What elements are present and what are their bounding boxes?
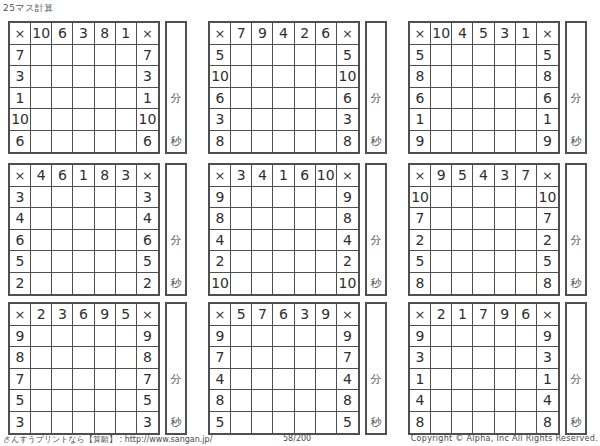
row-number-repeat: 3: [137, 412, 158, 434]
answer-cell[interactable]: [116, 273, 137, 295]
answer-cell[interactable]: [95, 88, 116, 110]
answer-cell[interactable]: [52, 412, 73, 434]
answer-cell[interactable]: [473, 347, 494, 369]
answer-cell[interactable]: [473, 66, 494, 88]
answer-cell[interactable]: [473, 131, 494, 153]
answer-cell[interactable]: [31, 45, 52, 67]
answer-cell[interactable]: [95, 390, 116, 412]
answer-cell[interactable]: [431, 369, 452, 391]
answer-cell[interactable]: [473, 187, 494, 209]
row-number-repeat: 2: [337, 251, 358, 273]
answer-cell[interactable]: [73, 230, 94, 252]
answer-cell[interactable]: [273, 187, 294, 209]
answer-cell[interactable]: [31, 131, 52, 153]
answer-cell[interactable]: [95, 347, 116, 369]
answer-cell[interactable]: [52, 187, 73, 209]
answer-cell[interactable]: [31, 88, 52, 110]
minutes-label: 分: [567, 374, 585, 385]
answer-cell[interactable]: [273, 390, 294, 412]
answer-cell[interactable]: [273, 208, 294, 230]
header-number: 2: [431, 304, 452, 326]
answer-cell[interactable]: [52, 45, 73, 67]
minutes-label: 分: [167, 374, 185, 385]
row-number: 6: [10, 131, 31, 153]
answer-cell[interactable]: [95, 412, 116, 434]
answer-cell[interactable]: [495, 251, 516, 273]
answer-cell[interactable]: [495, 109, 516, 131]
answer-cell[interactable]: [316, 273, 337, 295]
answer-cell[interactable]: [116, 369, 137, 391]
answer-cell[interactable]: [295, 66, 316, 88]
answer-cell[interactable]: [231, 66, 252, 88]
answer-cell[interactable]: [31, 109, 52, 131]
answer-cell[interactable]: [516, 251, 537, 273]
answer-cell[interactable]: [316, 187, 337, 209]
seconds-label: 秒: [567, 278, 585, 289]
answer-cell[interactable]: [495, 412, 516, 434]
answer-cell[interactable]: [252, 347, 273, 369]
answer-cell[interactable]: [473, 369, 494, 391]
answer-cell[interactable]: [252, 45, 273, 67]
answer-cell[interactable]: [452, 88, 473, 110]
answer-cell[interactable]: [52, 131, 73, 153]
answer-cell[interactable]: [273, 66, 294, 88]
answer-cell[interactable]: [273, 251, 294, 273]
answer-cell[interactable]: [452, 131, 473, 153]
answer-cell[interactable]: [95, 131, 116, 153]
answer-cell[interactable]: [452, 251, 473, 273]
row-number: 4: [210, 369, 231, 391]
answer-cell[interactable]: [473, 326, 494, 348]
header-number: 7: [473, 304, 494, 326]
answer-cell[interactable]: [516, 326, 537, 348]
answer-cell[interactable]: [273, 230, 294, 252]
answer-cell[interactable]: [73, 273, 94, 295]
header-number: 7: [252, 304, 273, 326]
multiply-operator-icon: ×: [410, 23, 431, 45]
row-number-repeat: 10: [537, 187, 558, 209]
answer-cell[interactable]: [431, 326, 452, 348]
answer-cell[interactable]: [231, 45, 252, 67]
answer-cell[interactable]: [52, 347, 73, 369]
answer-cell[interactable]: [95, 251, 116, 273]
row-number-repeat: 8: [137, 347, 158, 369]
answer-cell[interactable]: [516, 109, 537, 131]
answer-cell[interactable]: [95, 369, 116, 391]
answer-cell[interactable]: [73, 390, 94, 412]
row-number: 4: [10, 208, 31, 230]
header-number: 2: [31, 304, 52, 326]
answer-cell[interactable]: [295, 251, 316, 273]
answer-cell[interactable]: [316, 390, 337, 412]
answer-cell[interactable]: [316, 230, 337, 252]
row-number-repeat: 9: [137, 326, 158, 348]
answer-cell[interactable]: [295, 347, 316, 369]
answer-cell[interactable]: [231, 251, 252, 273]
answer-cell[interactable]: [31, 66, 52, 88]
row-number: 7: [10, 369, 31, 391]
row-number: 9: [210, 326, 231, 348]
multiplication-grid-7: ×23695×9988775533: [8, 302, 160, 435]
answer-cell[interactable]: [516, 273, 537, 295]
answer-cell[interactable]: [452, 347, 473, 369]
answer-cell[interactable]: [495, 131, 516, 153]
answer-cell[interactable]: [316, 88, 337, 110]
row-number-repeat: 10: [337, 66, 358, 88]
answer-cell[interactable]: [316, 326, 337, 348]
answer-cell[interactable]: [431, 273, 452, 295]
answer-cell[interactable]: [31, 230, 52, 252]
answer-cell[interactable]: [116, 88, 137, 110]
answer-cell[interactable]: [452, 326, 473, 348]
answer-cell[interactable]: [231, 273, 252, 295]
answer-cell[interactable]: [452, 109, 473, 131]
answer-cell[interactable]: [431, 390, 452, 412]
answer-cell[interactable]: [473, 412, 494, 434]
answer-cell[interactable]: [516, 230, 537, 252]
answer-cell[interactable]: [516, 66, 537, 88]
minutes-label: 分: [567, 235, 585, 246]
answer-cell[interactable]: [73, 88, 94, 110]
row-number: 5: [10, 251, 31, 273]
answer-cell[interactable]: [95, 208, 116, 230]
answer-cell[interactable]: [295, 230, 316, 252]
answer-cell[interactable]: [495, 347, 516, 369]
answer-cell[interactable]: [73, 347, 94, 369]
answer-cell[interactable]: [473, 88, 494, 110]
minutes-label: 分: [367, 235, 385, 246]
answer-cell[interactable]: [295, 412, 316, 434]
row-number: 5: [210, 45, 231, 67]
timer-box: 分秒: [365, 163, 387, 296]
answer-cell[interactable]: [452, 66, 473, 88]
answer-cell[interactable]: [252, 326, 273, 348]
answer-cell[interactable]: [452, 230, 473, 252]
answer-cell[interactable]: [95, 273, 116, 295]
calc-block-7: ×23695×9988775533分秒: [8, 302, 200, 435]
multiply-operator-icon: ×: [337, 304, 358, 326]
answer-cell[interactable]: [231, 369, 252, 391]
answer-cell[interactable]: [316, 131, 337, 153]
answer-cell[interactable]: [52, 326, 73, 348]
answer-cell[interactable]: [516, 412, 537, 434]
answer-cell[interactable]: [31, 390, 52, 412]
answer-cell[interactable]: [316, 412, 337, 434]
answer-cell[interactable]: [31, 412, 52, 434]
answer-cell[interactable]: [495, 326, 516, 348]
answer-cell[interactable]: [73, 251, 94, 273]
answer-cell[interactable]: [252, 208, 273, 230]
answer-cell[interactable]: [31, 326, 52, 348]
answer-cell[interactable]: [52, 208, 73, 230]
answer-cell[interactable]: [73, 131, 94, 153]
answer-cell[interactable]: [495, 390, 516, 412]
multiply-operator-icon: ×: [337, 23, 358, 45]
answer-cell[interactable]: [316, 347, 337, 369]
multiplication-grid-3: ×104531×5588661199: [408, 21, 560, 154]
answer-cell[interactable]: [431, 45, 452, 67]
header-number: 1: [516, 23, 537, 45]
answer-cell[interactable]: [452, 273, 473, 295]
header-number: 3: [295, 304, 316, 326]
answer-cell[interactable]: [295, 208, 316, 230]
answer-cell[interactable]: [73, 45, 94, 67]
multiplication-grid-5: ×341610×998844221010: [208, 163, 360, 296]
answer-cell[interactable]: [316, 251, 337, 273]
answer-cell[interactable]: [95, 230, 116, 252]
answer-cell[interactable]: [52, 251, 73, 273]
answer-cell[interactable]: [431, 347, 452, 369]
answer-cell[interactable]: [516, 88, 537, 110]
answer-cell[interactable]: [231, 412, 252, 434]
answer-cell[interactable]: [316, 369, 337, 391]
answer-cell[interactable]: [495, 208, 516, 230]
answer-cell[interactable]: [273, 45, 294, 67]
seconds-label: 秒: [367, 136, 385, 147]
answer-cell[interactable]: [95, 187, 116, 209]
answer-cell[interactable]: [31, 273, 52, 295]
row-number-repeat: 9: [337, 187, 358, 209]
answer-cell[interactable]: [231, 131, 252, 153]
answer-cell[interactable]: [473, 109, 494, 131]
answer-cell[interactable]: [295, 109, 316, 131]
answer-cell[interactable]: [252, 390, 273, 412]
answer-cell[interactable]: [116, 347, 137, 369]
answer-cell[interactable]: [31, 208, 52, 230]
answer-cell[interactable]: [52, 273, 73, 295]
answer-cell[interactable]: [431, 412, 452, 434]
answer-cell[interactable]: [516, 131, 537, 153]
answer-cell[interactable]: [31, 347, 52, 369]
row-number-repeat: 5: [537, 251, 558, 273]
answer-cell[interactable]: [252, 66, 273, 88]
answer-cell[interactable]: [495, 369, 516, 391]
answer-cell[interactable]: [73, 369, 94, 391]
answer-cell[interactable]: [516, 45, 537, 67]
answer-cell[interactable]: [452, 369, 473, 391]
answer-cell[interactable]: [273, 109, 294, 131]
answer-cell[interactable]: [273, 347, 294, 369]
answer-cell[interactable]: [95, 326, 116, 348]
answer-cell[interactable]: [231, 109, 252, 131]
answer-cell[interactable]: [252, 109, 273, 131]
answer-cell[interactable]: [452, 390, 473, 412]
answer-cell[interactable]: [473, 273, 494, 295]
answer-cell[interactable]: [73, 187, 94, 209]
footer-copyright: Copyright © Alpha, Inc All Rights Reserv…: [411, 434, 598, 443]
row-number: 9: [210, 187, 231, 209]
answer-cell[interactable]: [316, 208, 337, 230]
answer-cell[interactable]: [95, 45, 116, 67]
answer-cell[interactable]: [516, 208, 537, 230]
answer-cell[interactable]: [495, 273, 516, 295]
answer-cell[interactable]: [273, 88, 294, 110]
answer-cell[interactable]: [452, 208, 473, 230]
answer-cell[interactable]: [316, 109, 337, 131]
answer-cell[interactable]: [473, 230, 494, 252]
answer-cell[interactable]: [252, 273, 273, 295]
answer-cell[interactable]: [495, 187, 516, 209]
answer-cell[interactable]: [273, 326, 294, 348]
header-number: 3: [495, 165, 516, 187]
answer-cell[interactable]: [431, 131, 452, 153]
row-number-repeat: 3: [137, 187, 158, 209]
row-number-repeat: 7: [337, 347, 358, 369]
answer-cell[interactable]: [495, 230, 516, 252]
answer-cell[interactable]: [52, 390, 73, 412]
footer-page-number: 58/200: [283, 434, 311, 443]
answer-cell[interactable]: [431, 187, 452, 209]
answer-cell[interactable]: [516, 187, 537, 209]
header-number: 3: [495, 23, 516, 45]
timer-box: 分秒: [565, 21, 587, 154]
minutes-label: 分: [367, 93, 385, 104]
answer-cell[interactable]: [473, 390, 494, 412]
multiplication-grid-9: ×21796×9933114488: [408, 302, 560, 435]
answer-cell[interactable]: [516, 390, 537, 412]
row-number-repeat: 8: [337, 390, 358, 412]
answer-cell[interactable]: [73, 208, 94, 230]
header-number: 3: [73, 23, 94, 45]
answer-cell[interactable]: [52, 66, 73, 88]
answer-cell[interactable]: [116, 326, 137, 348]
multiplication-grid-4: ×46183×3344665522: [8, 163, 160, 296]
answer-cell[interactable]: [73, 412, 94, 434]
answer-cell[interactable]: [473, 45, 494, 67]
answer-cell[interactable]: [295, 273, 316, 295]
answer-cell[interactable]: [231, 88, 252, 110]
answer-cell[interactable]: [252, 131, 273, 153]
answer-cell[interactable]: [295, 390, 316, 412]
header-number: 6: [52, 23, 73, 45]
answer-cell[interactable]: [231, 326, 252, 348]
answer-cell[interactable]: [516, 347, 537, 369]
answer-cell[interactable]: [116, 66, 137, 88]
answer-cell[interactable]: [273, 369, 294, 391]
multiply-operator-icon: ×: [537, 23, 558, 45]
answer-cell[interactable]: [495, 66, 516, 88]
answer-cell[interactable]: [431, 88, 452, 110]
page-title: 25マス計算: [3, 2, 54, 15]
answer-cell[interactable]: [516, 369, 537, 391]
answer-cell[interactable]: [116, 208, 137, 230]
answer-cell[interactable]: [316, 66, 337, 88]
calc-block-6: ×95437×101077225588分秒: [408, 163, 600, 296]
answer-cell[interactable]: [231, 390, 252, 412]
answer-cell[interactable]: [273, 273, 294, 295]
answer-cell[interactable]: [295, 45, 316, 67]
answer-cell[interactable]: [116, 131, 137, 153]
header-number: 1: [73, 165, 94, 187]
seconds-label: 秒: [567, 417, 585, 428]
timer-box: 分秒: [165, 302, 187, 435]
answer-cell[interactable]: [31, 251, 52, 273]
answer-cell[interactable]: [231, 230, 252, 252]
seconds-label: 秒: [367, 417, 385, 428]
answer-cell[interactable]: [116, 45, 137, 67]
timer-box: 分秒: [365, 302, 387, 435]
answer-cell[interactable]: [295, 187, 316, 209]
row-number: 8: [210, 208, 231, 230]
answer-cell[interactable]: [452, 187, 473, 209]
answer-cell[interactable]: [116, 230, 137, 252]
answer-cell[interactable]: [73, 109, 94, 131]
answer-cell[interactable]: [95, 109, 116, 131]
header-number: 4: [31, 165, 52, 187]
row-number-repeat: 4: [537, 390, 558, 412]
header-number: 10: [431, 23, 452, 45]
row-number: 6: [210, 88, 231, 110]
row-number: 7: [410, 208, 431, 230]
row-number: 3: [10, 66, 31, 88]
answer-cell[interactable]: [295, 369, 316, 391]
answer-cell[interactable]: [431, 66, 452, 88]
answer-cell[interactable]: [231, 208, 252, 230]
answer-cell[interactable]: [252, 187, 273, 209]
answer-cell[interactable]: [52, 88, 73, 110]
answer-cell[interactable]: [431, 208, 452, 230]
answer-cell[interactable]: [452, 45, 473, 67]
answer-cell[interactable]: [252, 230, 273, 252]
answer-cell[interactable]: [273, 131, 294, 153]
answer-cell[interactable]: [295, 131, 316, 153]
answer-cell[interactable]: [73, 66, 94, 88]
answer-cell[interactable]: [495, 45, 516, 67]
answer-cell[interactable]: [495, 88, 516, 110]
answer-cell[interactable]: [73, 326, 94, 348]
answer-cell[interactable]: [52, 109, 73, 131]
answer-cell[interactable]: [252, 251, 273, 273]
answer-cell[interactable]: [231, 347, 252, 369]
row-number-repeat: 1: [137, 88, 158, 110]
multiplication-grid-8: ×57639×9977448855: [208, 302, 360, 435]
answer-cell[interactable]: [116, 109, 137, 131]
answer-cell[interactable]: [273, 412, 294, 434]
row-number: 3: [410, 347, 431, 369]
answer-cell[interactable]: [116, 187, 137, 209]
answer-cell[interactable]: [295, 326, 316, 348]
answer-cell[interactable]: [316, 45, 337, 67]
multiply-operator-icon: ×: [10, 23, 31, 45]
answer-cell[interactable]: [252, 369, 273, 391]
answer-cell[interactable]: [31, 369, 52, 391]
row-number-repeat: 4: [137, 208, 158, 230]
answer-cell[interactable]: [116, 251, 137, 273]
header-number: 5: [116, 304, 137, 326]
answer-cell[interactable]: [431, 109, 452, 131]
answer-cell[interactable]: [52, 369, 73, 391]
answer-cell[interactable]: [252, 412, 273, 434]
header-number: 3: [231, 165, 252, 187]
timer-box: 分秒: [165, 163, 187, 296]
answer-cell[interactable]: [95, 66, 116, 88]
answer-cell[interactable]: [295, 88, 316, 110]
answer-cell[interactable]: [473, 208, 494, 230]
answer-cell[interactable]: [116, 390, 137, 412]
answer-cell[interactable]: [473, 251, 494, 273]
row-number-repeat: 9: [537, 326, 558, 348]
answer-cell[interactable]: [431, 251, 452, 273]
row-number-repeat: 7: [137, 45, 158, 67]
answer-cell[interactable]: [431, 230, 452, 252]
answer-cell[interactable]: [452, 412, 473, 434]
answer-cell[interactable]: [31, 187, 52, 209]
answer-cell[interactable]: [252, 88, 273, 110]
multiply-operator-icon: ×: [137, 304, 158, 326]
answer-cell[interactable]: [231, 187, 252, 209]
answer-cell[interactable]: [52, 230, 73, 252]
answer-cell[interactable]: [116, 412, 137, 434]
